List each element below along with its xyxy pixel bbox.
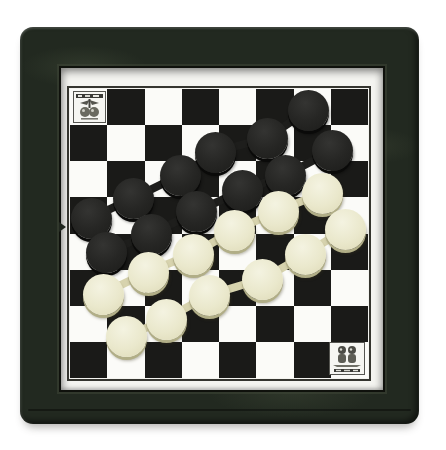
checker-piece-white[interactable]: [285, 234, 326, 275]
checker-piece-white[interactable]: [325, 209, 366, 250]
checker-piece-white[interactable]: [302, 173, 343, 214]
checker-piece-black[interactable]: [312, 130, 353, 171]
checkerboard: [70, 89, 368, 378]
product-photo-canvas: [0, 0, 446, 450]
checker-piece-black[interactable]: [195, 132, 236, 173]
checker-piece-white[interactable]: [83, 274, 124, 315]
checker-piece-black[interactable]: [222, 170, 263, 211]
checker-piece-black[interactable]: [131, 214, 172, 255]
checker-piece-white[interactable]: [189, 275, 230, 316]
checker-piece-white[interactable]: [173, 234, 214, 275]
checker-piece-white[interactable]: [214, 210, 255, 251]
checker-piece-white[interactable]: [242, 259, 283, 300]
checker-piece-black[interactable]: [265, 155, 306, 196]
checker-piece-black[interactable]: [86, 232, 127, 273]
checker-piece-white[interactable]: [128, 252, 169, 293]
pieces-layer: [70, 89, 368, 378]
checker-piece-white[interactable]: [146, 299, 187, 340]
checker-piece-black[interactable]: [247, 118, 288, 159]
checker-piece-black[interactable]: [113, 178, 154, 219]
checker-piece-white[interactable]: [258, 191, 299, 232]
checker-piece-black[interactable]: [176, 191, 217, 232]
checker-piece-black[interactable]: [160, 155, 201, 196]
checker-piece-white[interactable]: [106, 316, 147, 357]
checker-piece-black[interactable]: [288, 90, 329, 131]
